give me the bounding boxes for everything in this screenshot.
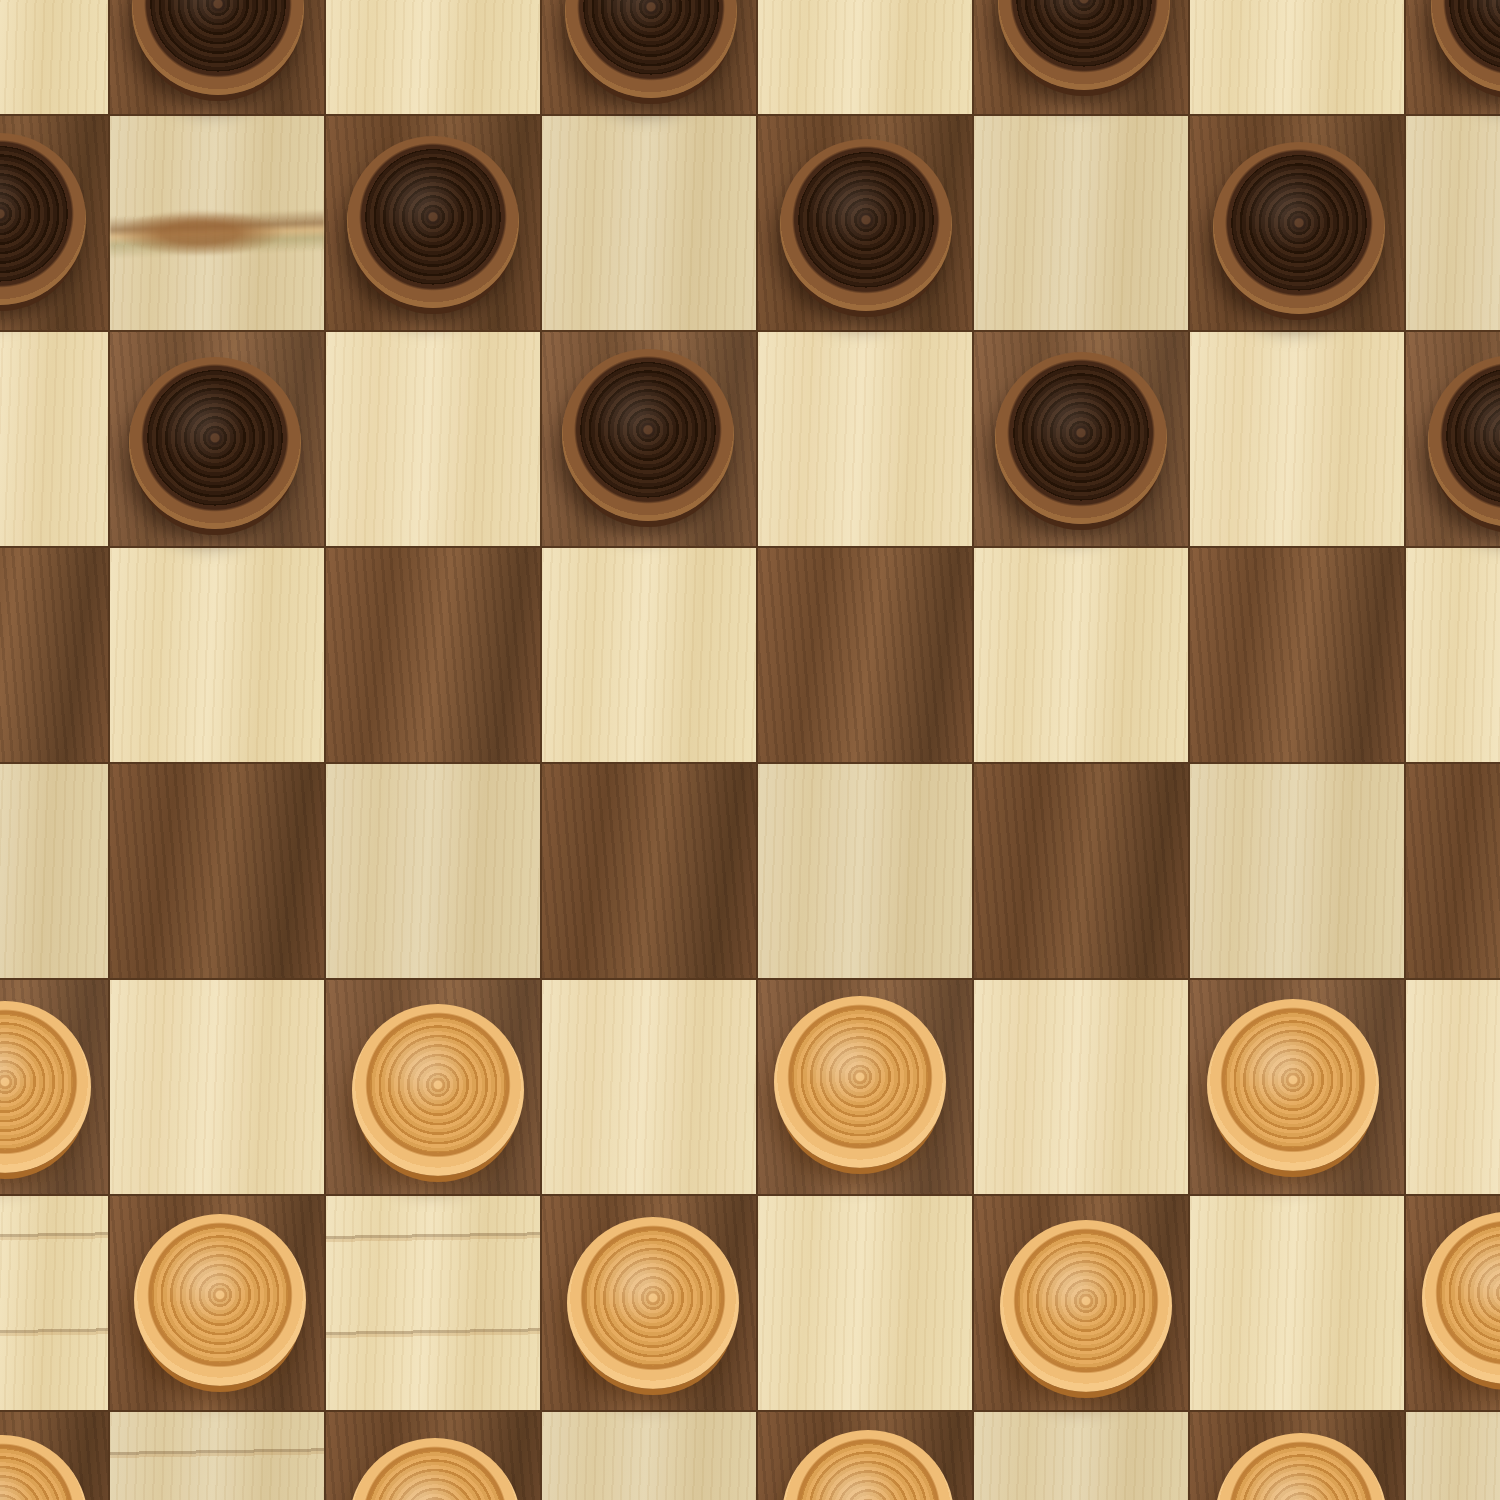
square-f3: [974, 980, 1188, 1194]
light-piece-f2[interactable]: ⛀: [1000, 1220, 1172, 1392]
square-b1: [110, 1412, 324, 1500]
dark-piece-b6[interactable]: ⛂: [129, 357, 301, 529]
square-b4[interactable]: [110, 764, 324, 978]
dark-piece-f8[interactable]: ⛂: [998, 0, 1170, 90]
square-c4: [326, 764, 540, 978]
light-piece-a3[interactable]: ⛀: [0, 1001, 91, 1173]
light-piece-e1[interactable]: ⛀: [782, 1430, 954, 1500]
square-e6: [758, 332, 972, 546]
dark-piece-e7[interactable]: ⛂: [780, 139, 952, 311]
light-piece-g1[interactable]: ⛀: [1215, 1433, 1387, 1500]
dark-piece-h6[interactable]: ⛂: [1428, 355, 1500, 527]
light-piece-h2[interactable]: ⛀: [1422, 1212, 1500, 1384]
square-f1: [974, 1412, 1188, 1500]
light-piece-d2[interactable]: ⛀: [567, 1217, 739, 1389]
square-a2: [0, 1196, 108, 1410]
square-b3: [110, 980, 324, 1194]
square-a4: [0, 764, 108, 978]
square-a6: [0, 332, 108, 546]
board-photo: ⛂⛂⛂⛂⛂⛂⛂⛂⛂⛂⛂⛂⛀⛀⛀⛀⛀⛀⛀⛀⛀⛀⛀⛀: [0, 0, 1500, 1500]
dark-piece-f6[interactable]: ⛂: [995, 352, 1167, 524]
light-piece-c3[interactable]: ⛀: [352, 1004, 524, 1176]
square-e4: [758, 764, 972, 978]
light-piece-e3[interactable]: ⛀: [774, 996, 946, 1168]
square-c6: [326, 332, 540, 546]
square-e8: [758, 0, 972, 114]
square-h7: [1406, 116, 1500, 330]
square-f4[interactable]: [974, 764, 1188, 978]
square-h1: [1406, 1412, 1500, 1500]
square-d5: [542, 548, 756, 762]
square-d3: [542, 980, 756, 1194]
light-piece-a1[interactable]: ⛀: [0, 1435, 88, 1500]
square-f8[interactable]: ⛂: [974, 0, 1188, 114]
square-g8: [1190, 0, 1404, 114]
light-piece-b2[interactable]: ⛀: [134, 1214, 306, 1386]
square-h3: [1406, 980, 1500, 1194]
square-g5[interactable]: [1190, 548, 1404, 762]
square-c5[interactable]: [326, 548, 540, 762]
square-g7[interactable]: ⛂: [1190, 116, 1404, 330]
dark-piece-b8[interactable]: ⛂: [132, 0, 304, 95]
square-d4[interactable]: [542, 764, 756, 978]
square-e1[interactable]: ⛀: [758, 1412, 972, 1500]
checkers-board: ⛂⛂⛂⛂⛂⛂⛂⛂⛂⛂⛂⛂⛀⛀⛀⛀⛀⛀⛀⛀⛀⛀⛀⛀: [0, 0, 1500, 1500]
square-b2[interactable]: ⛀: [110, 1196, 324, 1410]
square-g1[interactable]: ⛀: [1190, 1412, 1404, 1500]
square-h8[interactable]: ⛂: [1406, 0, 1500, 114]
square-a5[interactable]: [0, 548, 108, 762]
square-a8: [0, 0, 108, 114]
square-e2: [758, 1196, 972, 1410]
square-c1[interactable]: ⛀: [326, 1412, 540, 1500]
square-h5: [1406, 548, 1500, 762]
square-g3[interactable]: ⛀: [1190, 980, 1404, 1194]
square-f5: [974, 548, 1188, 762]
dark-piece-d8[interactable]: ⛂: [565, 0, 737, 98]
dark-piece-d6[interactable]: ⛂: [562, 349, 734, 521]
square-b7: [110, 116, 324, 330]
square-h2[interactable]: ⛀: [1406, 1196, 1500, 1410]
square-a7[interactable]: ⛂: [0, 116, 108, 330]
dark-piece-c7[interactable]: ⛂: [347, 136, 519, 308]
square-f7: [974, 116, 1188, 330]
square-e3[interactable]: ⛀: [758, 980, 972, 1194]
square-c2: [326, 1196, 540, 1410]
dark-piece-g7[interactable]: ⛂: [1213, 142, 1385, 314]
square-c3[interactable]: ⛀: [326, 980, 540, 1194]
square-d2[interactable]: ⛀: [542, 1196, 756, 1410]
square-b8[interactable]: ⛂: [110, 0, 324, 114]
square-g4: [1190, 764, 1404, 978]
square-e7[interactable]: ⛂: [758, 116, 972, 330]
square-h6[interactable]: ⛂: [1406, 332, 1500, 546]
square-d7: [542, 116, 756, 330]
square-f6[interactable]: ⛂: [974, 332, 1188, 546]
light-piece-g3[interactable]: ⛀: [1207, 999, 1379, 1171]
square-e5[interactable]: [758, 548, 972, 762]
light-piece-c1[interactable]: ⛀: [349, 1438, 521, 1500]
square-g6: [1190, 332, 1404, 546]
square-g2: [1190, 1196, 1404, 1410]
square-d6[interactable]: ⛂: [542, 332, 756, 546]
square-c8: [326, 0, 540, 114]
square-f2[interactable]: ⛀: [974, 1196, 1188, 1410]
square-d8[interactable]: ⛂: [542, 0, 756, 114]
square-d1: [542, 1412, 756, 1500]
square-b6[interactable]: ⛂: [110, 332, 324, 546]
square-h4[interactable]: [1406, 764, 1500, 978]
square-a3[interactable]: ⛀: [0, 980, 108, 1194]
dark-piece-h8[interactable]: ⛂: [1431, 0, 1500, 93]
square-a1[interactable]: ⛀: [0, 1412, 108, 1500]
square-c7[interactable]: ⛂: [326, 116, 540, 330]
square-b5: [110, 548, 324, 762]
dark-piece-a7[interactable]: ⛂: [0, 133, 86, 305]
